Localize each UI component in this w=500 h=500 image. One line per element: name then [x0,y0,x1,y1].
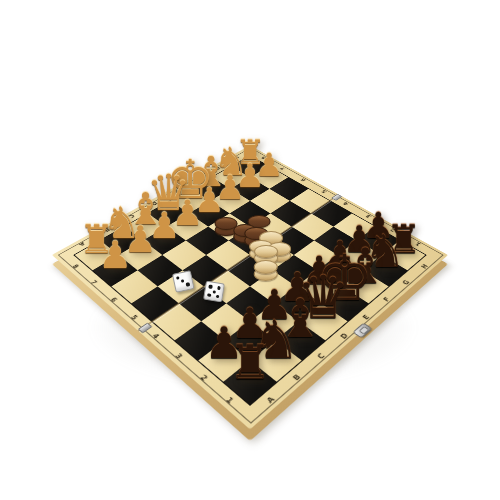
product-photo-scene: ABCDEFGH ABCDEFGH 87654321 87654321 ♜♞♝♛… [0,0,500,500]
chess-board: ABCDEFGH ABCDEFGH 87654321 87654321 [52,145,448,429]
board-grid [73,155,427,406]
hinge-icon [137,323,152,334]
perspective-container: ABCDEFGH ABCDEFGH 87654321 87654321 [0,0,500,500]
